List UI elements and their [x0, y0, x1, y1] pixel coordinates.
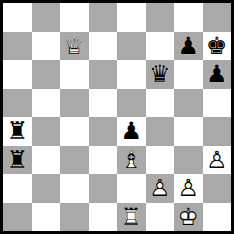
white-pawn-icon: ♙: [203, 146, 232, 175]
square-h6[interactable]: ♟: [203, 60, 232, 89]
square-c3[interactable]: [60, 146, 89, 175]
square-e8[interactable]: [117, 3, 146, 32]
square-g8[interactable]: [174, 3, 203, 32]
square-d6[interactable]: [89, 60, 118, 89]
piece-black-queen[interactable]: ♛: [146, 60, 175, 89]
square-d2[interactable]: [89, 174, 118, 203]
white-queen-icon: ♕: [60, 32, 89, 61]
black-pawn-icon: ♟: [117, 117, 146, 146]
chess-board-frame: ♛♕♟♚♛♟♜♟♜♝♗♟♙♟♙♟♙♜♖♚♔: [0, 0, 234, 234]
square-h3[interactable]: ♟♙: [203, 146, 232, 175]
square-g5[interactable]: [174, 89, 203, 118]
chess-board: ♛♕♟♚♛♟♜♟♜♝♗♟♙♟♙♟♙♜♖♚♔: [3, 3, 231, 231]
white-pawn-icon: ♙: [146, 174, 175, 203]
black-king-icon: ♚: [203, 32, 232, 61]
square-b1[interactable]: [32, 203, 61, 232]
square-g3[interactable]: [174, 146, 203, 175]
piece-white-bishop[interactable]: ♝♗: [117, 146, 146, 175]
black-pawn-icon: ♟: [174, 32, 203, 61]
square-b4[interactable]: [32, 117, 61, 146]
square-a7[interactable]: [3, 32, 32, 61]
square-e7[interactable]: [117, 32, 146, 61]
square-h2[interactable]: [203, 174, 232, 203]
piece-black-pawn[interactable]: ♟: [174, 32, 203, 61]
square-d7[interactable]: [89, 32, 118, 61]
piece-white-king[interactable]: ♚♔: [174, 203, 203, 232]
square-h1[interactable]: [203, 203, 232, 232]
square-g6[interactable]: [174, 60, 203, 89]
square-b5[interactable]: [32, 89, 61, 118]
square-g4[interactable]: [174, 117, 203, 146]
black-queen-icon: ♛: [146, 60, 175, 89]
piece-black-pawn[interactable]: ♟: [117, 117, 146, 146]
square-b6[interactable]: [32, 60, 61, 89]
square-f2[interactable]: ♟♙: [146, 174, 175, 203]
square-b8[interactable]: [32, 3, 61, 32]
piece-black-king[interactable]: ♚: [203, 32, 232, 61]
square-a2[interactable]: [3, 174, 32, 203]
square-e1[interactable]: ♜♖: [117, 203, 146, 232]
square-h7[interactable]: ♚: [203, 32, 232, 61]
square-e5[interactable]: [117, 89, 146, 118]
square-b2[interactable]: [32, 174, 61, 203]
square-d3[interactable]: [89, 146, 118, 175]
square-b3[interactable]: [32, 146, 61, 175]
square-c5[interactable]: [60, 89, 89, 118]
piece-black-rook[interactable]: ♜: [3, 146, 32, 175]
square-a3[interactable]: ♜: [3, 146, 32, 175]
white-king-icon: ♔: [174, 203, 203, 232]
square-c6[interactable]: [60, 60, 89, 89]
square-f1[interactable]: [146, 203, 175, 232]
piece-black-rook[interactable]: ♜: [3, 117, 32, 146]
square-h5[interactable]: [203, 89, 232, 118]
white-pawn-icon: ♙: [174, 174, 203, 203]
square-g2[interactable]: ♟♙: [174, 174, 203, 203]
square-g1[interactable]: ♚♔: [174, 203, 203, 232]
square-c8[interactable]: [60, 3, 89, 32]
black-pawn-icon: ♟: [203, 60, 232, 89]
black-rook-icon: ♜: [3, 117, 32, 146]
square-a6[interactable]: [3, 60, 32, 89]
piece-white-pawn[interactable]: ♟♙: [174, 174, 203, 203]
piece-white-pawn[interactable]: ♟♙: [146, 174, 175, 203]
white-bishop-icon: ♗: [117, 146, 146, 175]
square-h8[interactable]: [203, 3, 232, 32]
square-g7[interactable]: ♟: [174, 32, 203, 61]
square-a4[interactable]: ♜: [3, 117, 32, 146]
white-rook-icon: ♖: [117, 203, 146, 232]
square-f7[interactable]: [146, 32, 175, 61]
square-e4[interactable]: ♟: [117, 117, 146, 146]
square-c7[interactable]: ♛♕: [60, 32, 89, 61]
square-d5[interactable]: [89, 89, 118, 118]
piece-white-queen[interactable]: ♛♕: [60, 32, 89, 61]
square-f4[interactable]: [146, 117, 175, 146]
square-b7[interactable]: [32, 32, 61, 61]
square-c1[interactable]: [60, 203, 89, 232]
square-f3[interactable]: [146, 146, 175, 175]
square-h4[interactable]: [203, 117, 232, 146]
square-a1[interactable]: [3, 203, 32, 232]
square-f6[interactable]: ♛: [146, 60, 175, 89]
piece-black-pawn[interactable]: ♟: [203, 60, 232, 89]
square-a8[interactable]: [3, 3, 32, 32]
piece-white-rook[interactable]: ♜♖: [117, 203, 146, 232]
black-rook-icon: ♜: [3, 146, 32, 175]
square-c2[interactable]: [60, 174, 89, 203]
square-e2[interactable]: [117, 174, 146, 203]
square-f8[interactable]: [146, 3, 175, 32]
square-f5[interactable]: [146, 89, 175, 118]
square-c4[interactable]: [60, 117, 89, 146]
square-e6[interactable]: [117, 60, 146, 89]
square-d8[interactable]: [89, 3, 118, 32]
square-e3[interactable]: ♝♗: [117, 146, 146, 175]
square-d1[interactable]: [89, 203, 118, 232]
square-a5[interactable]: [3, 89, 32, 118]
square-d4[interactable]: [89, 117, 118, 146]
piece-white-pawn[interactable]: ♟♙: [203, 146, 232, 175]
